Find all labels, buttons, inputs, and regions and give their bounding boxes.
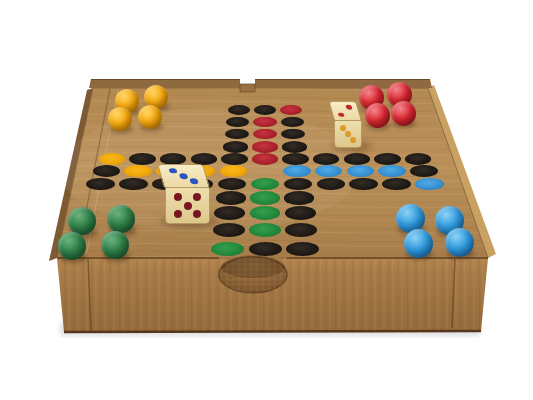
large-die-front-face bbox=[165, 187, 210, 224]
blue-marble-4[interactable] bbox=[445, 228, 474, 257]
small-die-top-face bbox=[328, 101, 362, 121]
blue-marble-3[interactable] bbox=[404, 229, 433, 258]
red-marble-4[interactable] bbox=[391, 101, 416, 126]
large-die-top-face bbox=[157, 164, 210, 188]
large-die-front-pip bbox=[184, 202, 192, 210]
small-die-top-pip bbox=[338, 112, 345, 117]
small-die-front-pip bbox=[340, 125, 346, 131]
small-die-front-pip bbox=[350, 137, 356, 143]
yellow-marble-3[interactable] bbox=[108, 107, 132, 131]
green-marble-4[interactable] bbox=[101, 231, 129, 259]
ludo-scene bbox=[0, 0, 533, 400]
small-die-front-face bbox=[334, 120, 362, 148]
marbles-layer bbox=[0, 0, 533, 400]
yellow-marble-4[interactable] bbox=[138, 105, 162, 129]
green-marble-1[interactable] bbox=[68, 207, 96, 235]
large-die-front-pip bbox=[193, 210, 201, 218]
large-die-top-pip bbox=[189, 178, 199, 184]
small-die-front-pip bbox=[345, 131, 351, 137]
large-die-front-pip bbox=[174, 193, 182, 201]
large-die-top-pip bbox=[169, 168, 179, 174]
large-die-front-pip bbox=[193, 193, 201, 201]
small-die[interactable] bbox=[329, 99, 371, 153]
small-die-top-pip bbox=[345, 105, 352, 110]
large-die-front-pip bbox=[174, 210, 182, 218]
green-marble-2[interactable] bbox=[107, 205, 135, 233]
green-marble-3[interactable] bbox=[58, 232, 86, 260]
large-die[interactable] bbox=[157, 162, 217, 228]
large-die-top-pip bbox=[179, 173, 189, 179]
